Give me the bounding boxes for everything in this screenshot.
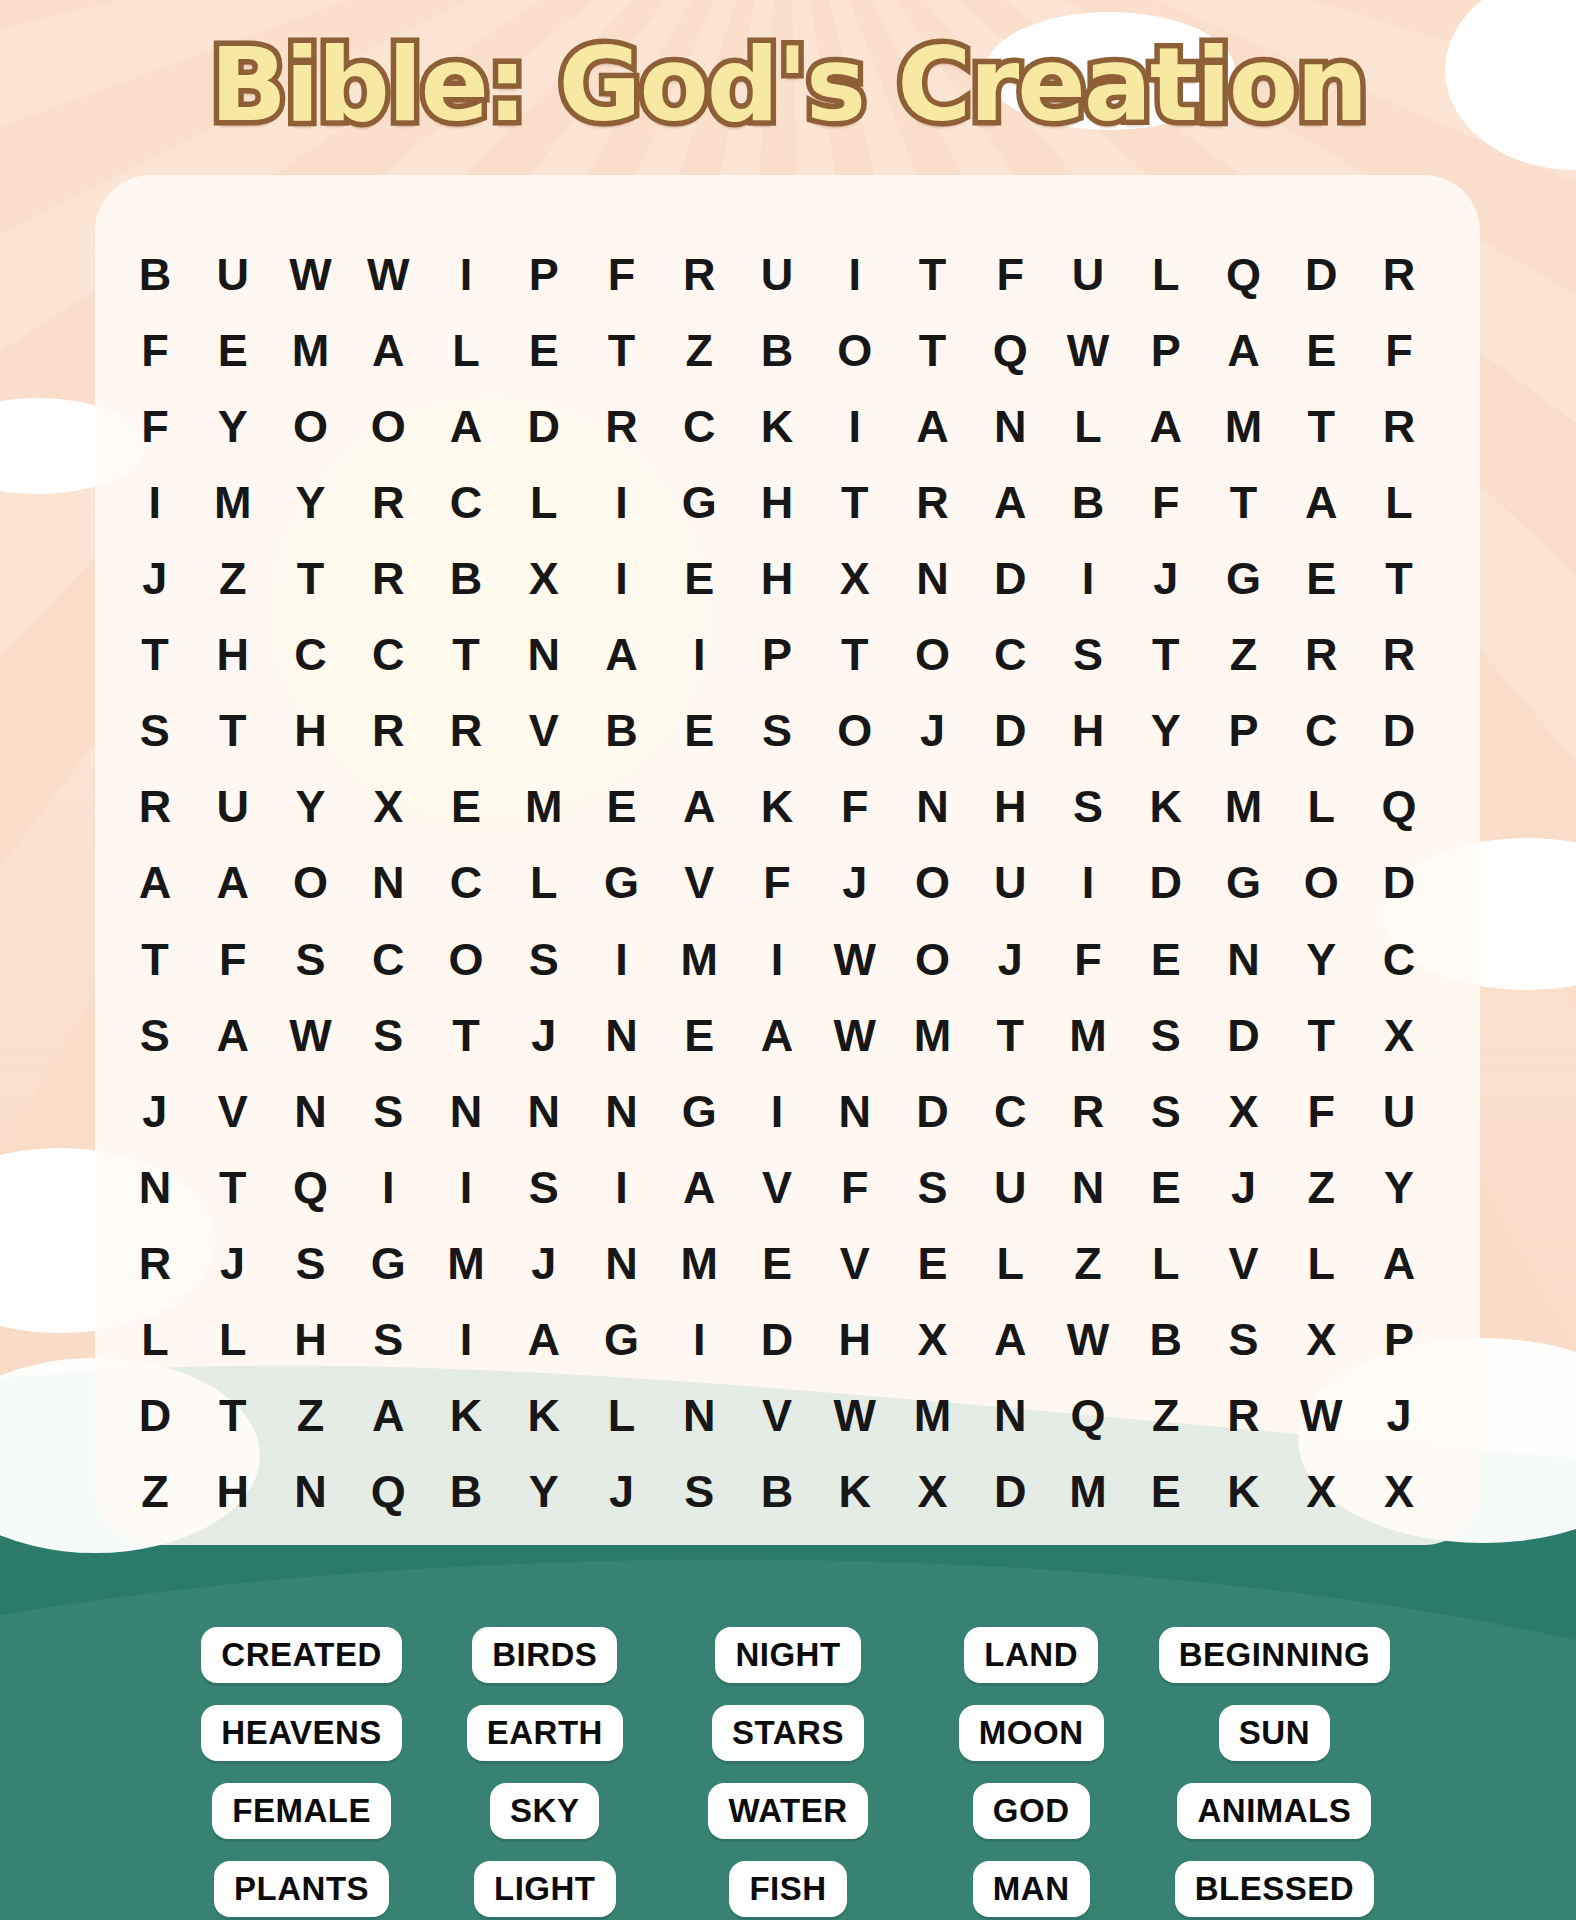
grid-cell-r13c12[interactable]: U bbox=[971, 1149, 1049, 1225]
grid-cell-r9c1[interactable]: A bbox=[116, 845, 194, 921]
grid-cell-r17c12[interactable]: D bbox=[971, 1454, 1049, 1530]
grid-cell-r3c8[interactable]: C bbox=[660, 388, 738, 464]
grid-cell-r9c6[interactable]: L bbox=[505, 845, 583, 921]
grid-cell-r6c8[interactable]: I bbox=[660, 617, 738, 693]
grid-cell-r8c11[interactable]: N bbox=[894, 769, 972, 845]
grid-cell-r12c7[interactable]: N bbox=[583, 1073, 661, 1149]
grid-cell-r6c10[interactable]: T bbox=[816, 617, 894, 693]
grid-cell-r10c10[interactable]: W bbox=[816, 921, 894, 997]
word-pill-sun[interactable]: SUN bbox=[1219, 1705, 1330, 1761]
word-pill-fish[interactable]: FISH bbox=[729, 1861, 846, 1917]
grid-cell-r7c8[interactable]: E bbox=[660, 693, 738, 769]
grid-cell-r8c16[interactable]: L bbox=[1282, 769, 1360, 845]
grid-cell-r7c14[interactable]: Y bbox=[1127, 693, 1205, 769]
grid-cell-r3c14[interactable]: A bbox=[1127, 388, 1205, 464]
grid-cell-r5c10[interactable]: X bbox=[816, 540, 894, 616]
grid-cell-r13c17[interactable]: Y bbox=[1360, 1149, 1438, 1225]
grid-cell-r10c7[interactable]: I bbox=[583, 921, 661, 997]
grid-cell-r17c1[interactable]: Z bbox=[116, 1454, 194, 1530]
grid-cell-r15c4[interactable]: S bbox=[349, 1302, 427, 1378]
grid-cell-r15c11[interactable]: X bbox=[894, 1302, 972, 1378]
grid-cell-r14c8[interactable]: M bbox=[660, 1226, 738, 1302]
grid-cell-r1c14[interactable]: L bbox=[1127, 236, 1205, 312]
grid-cell-r3c5[interactable]: A bbox=[427, 388, 505, 464]
grid-cell-r5c4[interactable]: R bbox=[349, 540, 427, 616]
grid-cell-r14c1[interactable]: R bbox=[116, 1226, 194, 1302]
grid-cell-r14c6[interactable]: J bbox=[505, 1226, 583, 1302]
grid-cell-r13c1[interactable]: N bbox=[116, 1149, 194, 1225]
grid-cell-r8c8[interactable]: A bbox=[660, 769, 738, 845]
grid-cell-r7c1[interactable]: S bbox=[116, 693, 194, 769]
grid-cell-r4c4[interactable]: R bbox=[349, 464, 427, 540]
grid-cell-r1c15[interactable]: Q bbox=[1205, 236, 1283, 312]
grid-cell-r8c14[interactable]: K bbox=[1127, 769, 1205, 845]
grid-cell-r4c9[interactable]: H bbox=[738, 464, 816, 540]
grid-cell-r8c13[interactable]: S bbox=[1049, 769, 1127, 845]
grid-cell-r9c4[interactable]: N bbox=[349, 845, 427, 921]
grid-cell-r7c9[interactable]: S bbox=[738, 693, 816, 769]
grid-cell-r13c8[interactable]: A bbox=[660, 1149, 738, 1225]
grid-cell-r11c4[interactable]: S bbox=[349, 997, 427, 1073]
grid-cell-r11c12[interactable]: T bbox=[971, 997, 1049, 1073]
grid-cell-r6c9[interactable]: P bbox=[738, 617, 816, 693]
grid-cell-r8c5[interactable]: E bbox=[427, 769, 505, 845]
grid-cell-r1c2[interactable]: U bbox=[194, 236, 272, 312]
grid-cell-r16c4[interactable]: A bbox=[349, 1378, 427, 1454]
grid-cell-r9c11[interactable]: O bbox=[894, 845, 972, 921]
grid-cell-r5c12[interactable]: D bbox=[971, 540, 1049, 616]
grid-cell-r11c13[interactable]: M bbox=[1049, 997, 1127, 1073]
grid-cell-r15c1[interactable]: L bbox=[116, 1302, 194, 1378]
grid-cell-r4c6[interactable]: L bbox=[505, 464, 583, 540]
grid-cell-r3c9[interactable]: K bbox=[738, 388, 816, 464]
grid-cell-r1c3[interactable]: W bbox=[272, 236, 350, 312]
grid-cell-r8c7[interactable]: E bbox=[583, 769, 661, 845]
word-pill-night[interactable]: NIGHT bbox=[715, 1627, 860, 1683]
grid-cell-r4c8[interactable]: G bbox=[660, 464, 738, 540]
grid-cell-r15c15[interactable]: S bbox=[1205, 1302, 1283, 1378]
grid-cell-r6c1[interactable]: T bbox=[116, 617, 194, 693]
grid-cell-r7c12[interactable]: D bbox=[971, 693, 1049, 769]
grid-cell-r5c13[interactable]: I bbox=[1049, 540, 1127, 616]
word-pill-blessed[interactable]: BLESSED bbox=[1175, 1861, 1374, 1917]
grid-cell-r8c9[interactable]: K bbox=[738, 769, 816, 845]
grid-cell-r12c14[interactable]: S bbox=[1127, 1073, 1205, 1149]
grid-cell-r4c11[interactable]: R bbox=[894, 464, 972, 540]
grid-cell-r9c7[interactable]: G bbox=[583, 845, 661, 921]
grid-cell-r15c12[interactable]: A bbox=[971, 1302, 1049, 1378]
grid-cell-r4c14[interactable]: F bbox=[1127, 464, 1205, 540]
grid-cell-r11c9[interactable]: A bbox=[738, 997, 816, 1073]
grid-cell-r5c9[interactable]: H bbox=[738, 540, 816, 616]
grid-cell-r12c10[interactable]: N bbox=[816, 1073, 894, 1149]
grid-cell-r1c9[interactable]: U bbox=[738, 236, 816, 312]
grid-cell-r11c16[interactable]: T bbox=[1282, 997, 1360, 1073]
grid-cell-r5c17[interactable]: T bbox=[1360, 540, 1438, 616]
grid-cell-r15c13[interactable]: W bbox=[1049, 1302, 1127, 1378]
grid-cell-r1c12[interactable]: F bbox=[971, 236, 1049, 312]
grid-cell-r1c10[interactable]: I bbox=[816, 236, 894, 312]
grid-cell-r16c16[interactable]: W bbox=[1282, 1378, 1360, 1454]
grid-cell-r4c10[interactable]: T bbox=[816, 464, 894, 540]
grid-cell-r14c2[interactable]: J bbox=[194, 1226, 272, 1302]
grid-cell-r14c13[interactable]: Z bbox=[1049, 1226, 1127, 1302]
grid-cell-r1c13[interactable]: U bbox=[1049, 236, 1127, 312]
grid-cell-r1c5[interactable]: I bbox=[427, 236, 505, 312]
grid-cell-r10c6[interactable]: S bbox=[505, 921, 583, 997]
grid-cell-r17c4[interactable]: Q bbox=[349, 1454, 427, 1530]
grid-cell-r13c7[interactable]: I bbox=[583, 1149, 661, 1225]
grid-cell-r7c17[interactable]: D bbox=[1360, 693, 1438, 769]
grid-cell-r11c14[interactable]: S bbox=[1127, 997, 1205, 1073]
grid-cell-r13c6[interactable]: S bbox=[505, 1149, 583, 1225]
grid-cell-r10c4[interactable]: C bbox=[349, 921, 427, 997]
grid-cell-r12c2[interactable]: V bbox=[194, 1073, 272, 1149]
grid-cell-r6c7[interactable]: A bbox=[583, 617, 661, 693]
grid-cell-r15c14[interactable]: B bbox=[1127, 1302, 1205, 1378]
grid-cell-r4c17[interactable]: L bbox=[1360, 464, 1438, 540]
grid-cell-r1c8[interactable]: R bbox=[660, 236, 738, 312]
grid-cell-r16c15[interactable]: R bbox=[1205, 1378, 1283, 1454]
grid-cell-r9c9[interactable]: F bbox=[738, 845, 816, 921]
grid-cell-r10c15[interactable]: N bbox=[1205, 921, 1283, 997]
grid-cell-r13c11[interactable]: S bbox=[894, 1149, 972, 1225]
grid-cell-r11c7[interactable]: N bbox=[583, 997, 661, 1073]
grid-cell-r8c12[interactable]: H bbox=[971, 769, 1049, 845]
grid-cell-r3c10[interactable]: I bbox=[816, 388, 894, 464]
grid-cell-r10c16[interactable]: Y bbox=[1282, 921, 1360, 997]
grid-cell-r11c3[interactable]: W bbox=[272, 997, 350, 1073]
grid-cell-r13c2[interactable]: T bbox=[194, 1149, 272, 1225]
grid-cell-r3c1[interactable]: F bbox=[116, 388, 194, 464]
grid-cell-r16c8[interactable]: N bbox=[660, 1378, 738, 1454]
grid-cell-r8c1[interactable]: R bbox=[116, 769, 194, 845]
grid-cell-r15c10[interactable]: H bbox=[816, 1302, 894, 1378]
grid-cell-r6c13[interactable]: S bbox=[1049, 617, 1127, 693]
grid-cell-r2c3[interactable]: M bbox=[272, 312, 350, 388]
grid-cell-r8c15[interactable]: M bbox=[1205, 769, 1283, 845]
grid-cell-r3c3[interactable]: O bbox=[272, 388, 350, 464]
grid-cell-r16c17[interactable]: J bbox=[1360, 1378, 1438, 1454]
grid-cell-r10c8[interactable]: M bbox=[660, 921, 738, 997]
grid-cell-r6c4[interactable]: C bbox=[349, 617, 427, 693]
grid-cell-r8c6[interactable]: M bbox=[505, 769, 583, 845]
grid-cell-r9c14[interactable]: D bbox=[1127, 845, 1205, 921]
grid-cell-r17c7[interactable]: J bbox=[583, 1454, 661, 1530]
grid-cell-r2c9[interactable]: B bbox=[738, 312, 816, 388]
grid-cell-r13c15[interactable]: J bbox=[1205, 1149, 1283, 1225]
grid-cell-r1c1[interactable]: B bbox=[116, 236, 194, 312]
grid-cell-r15c8[interactable]: I bbox=[660, 1302, 738, 1378]
grid-cell-r11c17[interactable]: X bbox=[1360, 997, 1438, 1073]
word-pill-moon[interactable]: MOON bbox=[959, 1705, 1104, 1761]
grid-cell-r3c4[interactable]: O bbox=[349, 388, 427, 464]
grid-cell-r17c6[interactable]: Y bbox=[505, 1454, 583, 1530]
word-pill-sky[interactable]: SKY bbox=[490, 1783, 599, 1839]
grid-cell-r12c15[interactable]: X bbox=[1205, 1073, 1283, 1149]
grid-cell-r7c10[interactable]: O bbox=[816, 693, 894, 769]
grid-cell-r16c6[interactable]: K bbox=[505, 1378, 583, 1454]
word-pill-plants[interactable]: PLANTS bbox=[214, 1861, 389, 1917]
grid-cell-r6c12[interactable]: C bbox=[971, 617, 1049, 693]
grid-cell-r2c8[interactable]: Z bbox=[660, 312, 738, 388]
grid-cell-r14c3[interactable]: S bbox=[272, 1226, 350, 1302]
grid-cell-r6c6[interactable]: N bbox=[505, 617, 583, 693]
grid-cell-r10c11[interactable]: O bbox=[894, 921, 972, 997]
grid-cell-r14c14[interactable]: L bbox=[1127, 1226, 1205, 1302]
grid-cell-r13c16[interactable]: Z bbox=[1282, 1149, 1360, 1225]
grid-cell-r12c17[interactable]: U bbox=[1360, 1073, 1438, 1149]
word-pill-beginning[interactable]: BEGINNING bbox=[1159, 1627, 1391, 1683]
grid-cell-r14c12[interactable]: L bbox=[971, 1226, 1049, 1302]
word-pill-water[interactable]: WATER bbox=[708, 1783, 867, 1839]
grid-cell-r16c5[interactable]: K bbox=[427, 1378, 505, 1454]
grid-cell-r14c10[interactable]: V bbox=[816, 1226, 894, 1302]
grid-cell-r14c11[interactable]: E bbox=[894, 1226, 972, 1302]
grid-cell-r6c2[interactable]: H bbox=[194, 617, 272, 693]
grid-cell-r11c10[interactable]: W bbox=[816, 997, 894, 1073]
grid-cell-r6c11[interactable]: O bbox=[894, 617, 972, 693]
grid-cell-r7c4[interactable]: R bbox=[349, 693, 427, 769]
grid-cell-r2c2[interactable]: E bbox=[194, 312, 272, 388]
grid-cell-r2c14[interactable]: P bbox=[1127, 312, 1205, 388]
word-pill-light[interactable]: LIGHT bbox=[474, 1861, 615, 1917]
grid-cell-r13c9[interactable]: V bbox=[738, 1149, 816, 1225]
grid-cell-r14c5[interactable]: M bbox=[427, 1226, 505, 1302]
grid-cell-r4c12[interactable]: A bbox=[971, 464, 1049, 540]
grid-cell-r7c2[interactable]: T bbox=[194, 693, 272, 769]
grid-cell-r11c5[interactable]: T bbox=[427, 997, 505, 1073]
grid-cell-r8c2[interactable]: U bbox=[194, 769, 272, 845]
grid-cell-r5c8[interactable]: E bbox=[660, 540, 738, 616]
grid-cell-r12c6[interactable]: N bbox=[505, 1073, 583, 1149]
grid-cell-r2c11[interactable]: T bbox=[894, 312, 972, 388]
grid-cell-r4c16[interactable]: A bbox=[1282, 464, 1360, 540]
grid-cell-r17c13[interactable]: M bbox=[1049, 1454, 1127, 1530]
grid-cell-r14c7[interactable]: N bbox=[583, 1226, 661, 1302]
word-pill-birds[interactable]: BIRDS bbox=[472, 1627, 617, 1683]
grid-cell-r9c17[interactable]: D bbox=[1360, 845, 1438, 921]
grid-cell-r12c13[interactable]: R bbox=[1049, 1073, 1127, 1149]
grid-cell-r2c13[interactable]: W bbox=[1049, 312, 1127, 388]
grid-cell-r2c16[interactable]: E bbox=[1282, 312, 1360, 388]
grid-cell-r3c15[interactable]: M bbox=[1205, 388, 1283, 464]
grid-cell-r11c1[interactable]: S bbox=[116, 997, 194, 1073]
grid-cell-r3c16[interactable]: T bbox=[1282, 388, 1360, 464]
grid-cell-r3c2[interactable]: Y bbox=[194, 388, 272, 464]
grid-cell-r14c4[interactable]: G bbox=[349, 1226, 427, 1302]
grid-cell-r5c5[interactable]: B bbox=[427, 540, 505, 616]
grid-cell-r10c5[interactable]: O bbox=[427, 921, 505, 997]
grid-cell-r9c12[interactable]: U bbox=[971, 845, 1049, 921]
grid-cell-r9c2[interactable]: A bbox=[194, 845, 272, 921]
grid-cell-r10c2[interactable]: F bbox=[194, 921, 272, 997]
grid-cell-r4c7[interactable]: I bbox=[583, 464, 661, 540]
grid-cell-r15c5[interactable]: I bbox=[427, 1302, 505, 1378]
word-pill-animals[interactable]: ANIMALS bbox=[1177, 1783, 1371, 1839]
grid-cell-r3c17[interactable]: R bbox=[1360, 388, 1438, 464]
grid-cell-r15c17[interactable]: P bbox=[1360, 1302, 1438, 1378]
grid-cell-r17c3[interactable]: N bbox=[272, 1454, 350, 1530]
grid-cell-r14c15[interactable]: V bbox=[1205, 1226, 1283, 1302]
grid-cell-r7c3[interactable]: H bbox=[272, 693, 350, 769]
grid-cell-r15c2[interactable]: L bbox=[194, 1302, 272, 1378]
grid-cell-r10c17[interactable]: C bbox=[1360, 921, 1438, 997]
grid-cell-r16c10[interactable]: W bbox=[816, 1378, 894, 1454]
grid-cell-r12c1[interactable]: J bbox=[116, 1073, 194, 1149]
word-pill-god[interactable]: GOD bbox=[973, 1783, 1090, 1839]
grid-cell-r15c9[interactable]: D bbox=[738, 1302, 816, 1378]
grid-cell-r7c15[interactable]: P bbox=[1205, 693, 1283, 769]
grid-cell-r15c7[interactable]: G bbox=[583, 1302, 661, 1378]
grid-cell-r1c4[interactable]: W bbox=[349, 236, 427, 312]
grid-cell-r1c11[interactable]: T bbox=[894, 236, 972, 312]
grid-cell-r10c12[interactable]: J bbox=[971, 921, 1049, 997]
grid-cell-r5c7[interactable]: I bbox=[583, 540, 661, 616]
grid-cell-r6c3[interactable]: C bbox=[272, 617, 350, 693]
grid-cell-r5c15[interactable]: G bbox=[1205, 540, 1283, 616]
grid-cell-r10c9[interactable]: I bbox=[738, 921, 816, 997]
grid-cell-r13c3[interactable]: Q bbox=[272, 1149, 350, 1225]
grid-cell-r15c3[interactable]: H bbox=[272, 1302, 350, 1378]
grid-cell-r5c1[interactable]: J bbox=[116, 540, 194, 616]
word-pill-stars[interactable]: STARS bbox=[712, 1705, 864, 1761]
grid-cell-r3c6[interactable]: D bbox=[505, 388, 583, 464]
word-pill-man[interactable]: MAN bbox=[973, 1861, 1090, 1917]
grid-cell-r11c2[interactable]: A bbox=[194, 997, 272, 1073]
grid-cell-r13c5[interactable]: I bbox=[427, 1149, 505, 1225]
grid-cell-r6c17[interactable]: R bbox=[1360, 617, 1438, 693]
grid-cell-r12c16[interactable]: F bbox=[1282, 1073, 1360, 1149]
grid-cell-r17c9[interactable]: B bbox=[738, 1454, 816, 1530]
word-pill-heavens[interactable]: HEAVENS bbox=[201, 1705, 402, 1761]
grid-cell-r13c10[interactable]: F bbox=[816, 1149, 894, 1225]
grid-cell-r14c9[interactable]: E bbox=[738, 1226, 816, 1302]
grid-cell-r13c13[interactable]: N bbox=[1049, 1149, 1127, 1225]
grid-cell-r10c3[interactable]: S bbox=[272, 921, 350, 997]
grid-cell-r5c2[interactable]: Z bbox=[194, 540, 272, 616]
grid-cell-r16c13[interactable]: Q bbox=[1049, 1378, 1127, 1454]
grid-cell-r5c14[interactable]: J bbox=[1127, 540, 1205, 616]
grid-cell-r10c1[interactable]: T bbox=[116, 921, 194, 997]
grid-cell-r17c11[interactable]: X bbox=[894, 1454, 972, 1530]
grid-cell-r17c14[interactable]: E bbox=[1127, 1454, 1205, 1530]
grid-cell-r7c11[interactable]: J bbox=[894, 693, 972, 769]
grid-cell-r2c7[interactable]: T bbox=[583, 312, 661, 388]
grid-cell-r6c5[interactable]: T bbox=[427, 617, 505, 693]
grid-cell-r13c14[interactable]: E bbox=[1127, 1149, 1205, 1225]
grid-cell-r6c15[interactable]: Z bbox=[1205, 617, 1283, 693]
grid-cell-r11c11[interactable]: M bbox=[894, 997, 972, 1073]
grid-cell-r3c13[interactable]: L bbox=[1049, 388, 1127, 464]
grid-cell-r4c15[interactable]: T bbox=[1205, 464, 1283, 540]
grid-cell-r1c6[interactable]: P bbox=[505, 236, 583, 312]
grid-cell-r12c9[interactable]: I bbox=[738, 1073, 816, 1149]
grid-cell-r7c13[interactable]: H bbox=[1049, 693, 1127, 769]
grid-cell-r8c4[interactable]: X bbox=[349, 769, 427, 845]
grid-cell-r2c6[interactable]: E bbox=[505, 312, 583, 388]
grid-cell-r9c15[interactable]: G bbox=[1205, 845, 1283, 921]
grid-cell-r17c16[interactable]: X bbox=[1282, 1454, 1360, 1530]
grid-cell-r16c9[interactable]: V bbox=[738, 1378, 816, 1454]
grid-cell-r15c6[interactable]: A bbox=[505, 1302, 583, 1378]
grid-cell-r9c3[interactable]: O bbox=[272, 845, 350, 921]
grid-cell-r4c2[interactable]: M bbox=[194, 464, 272, 540]
grid-cell-r2c15[interactable]: A bbox=[1205, 312, 1283, 388]
grid-cell-r5c11[interactable]: N bbox=[894, 540, 972, 616]
grid-cell-r9c10[interactable]: J bbox=[816, 845, 894, 921]
grid-cell-r16c11[interactable]: M bbox=[894, 1378, 972, 1454]
grid-cell-r16c2[interactable]: T bbox=[194, 1378, 272, 1454]
word-pill-created[interactable]: CREATED bbox=[201, 1627, 402, 1683]
grid-cell-r5c16[interactable]: E bbox=[1282, 540, 1360, 616]
grid-cell-r8c10[interactable]: F bbox=[816, 769, 894, 845]
grid-cell-r1c16[interactable]: D bbox=[1282, 236, 1360, 312]
grid-cell-r7c7[interactable]: B bbox=[583, 693, 661, 769]
grid-cell-r9c8[interactable]: V bbox=[660, 845, 738, 921]
grid-cell-r4c5[interactable]: C bbox=[427, 464, 505, 540]
grid-cell-r5c6[interactable]: X bbox=[505, 540, 583, 616]
grid-cell-r15c16[interactable]: X bbox=[1282, 1302, 1360, 1378]
grid-cell-r2c1[interactable]: F bbox=[116, 312, 194, 388]
grid-cell-r4c3[interactable]: Y bbox=[272, 464, 350, 540]
grid-cell-r17c15[interactable]: K bbox=[1205, 1454, 1283, 1530]
word-pill-earth[interactable]: EARTH bbox=[467, 1705, 623, 1761]
grid-cell-r12c8[interactable]: G bbox=[660, 1073, 738, 1149]
grid-cell-r16c7[interactable]: L bbox=[583, 1378, 661, 1454]
grid-cell-r11c15[interactable]: D bbox=[1205, 997, 1283, 1073]
grid-cell-r14c17[interactable]: A bbox=[1360, 1226, 1438, 1302]
grid-cell-r16c14[interactable]: Z bbox=[1127, 1378, 1205, 1454]
grid-cell-r11c8[interactable]: E bbox=[660, 997, 738, 1073]
grid-cell-r8c17[interactable]: Q bbox=[1360, 769, 1438, 845]
grid-cell-r12c12[interactable]: C bbox=[971, 1073, 1049, 1149]
grid-cell-r12c5[interactable]: N bbox=[427, 1073, 505, 1149]
grid-cell-r7c6[interactable]: V bbox=[505, 693, 583, 769]
grid-cell-r17c5[interactable]: B bbox=[427, 1454, 505, 1530]
word-pill-land[interactable]: LAND bbox=[964, 1627, 1098, 1683]
word-pill-female[interactable]: FEMALE bbox=[212, 1783, 391, 1839]
grid-cell-r11c6[interactable]: J bbox=[505, 997, 583, 1073]
grid-cell-r9c16[interactable]: O bbox=[1282, 845, 1360, 921]
grid-cell-r4c13[interactable]: B bbox=[1049, 464, 1127, 540]
grid-cell-r16c3[interactable]: Z bbox=[272, 1378, 350, 1454]
grid-cell-r7c5[interactable]: R bbox=[427, 693, 505, 769]
grid-cell-r3c11[interactable]: A bbox=[894, 388, 972, 464]
grid-cell-r16c12[interactable]: N bbox=[971, 1378, 1049, 1454]
grid-cell-r10c13[interactable]: F bbox=[1049, 921, 1127, 997]
grid-cell-r2c10[interactable]: O bbox=[816, 312, 894, 388]
grid-cell-r8c3[interactable]: Y bbox=[272, 769, 350, 845]
grid-cell-r10c14[interactable]: E bbox=[1127, 921, 1205, 997]
grid-cell-r9c5[interactable]: C bbox=[427, 845, 505, 921]
grid-cell-r5c3[interactable]: T bbox=[272, 540, 350, 616]
grid-cell-r3c7[interactable]: R bbox=[583, 388, 661, 464]
grid-cell-r1c7[interactable]: F bbox=[583, 236, 661, 312]
grid-cell-r1c17[interactable]: R bbox=[1360, 236, 1438, 312]
grid-cell-r14c16[interactable]: L bbox=[1282, 1226, 1360, 1302]
grid-cell-r9c13[interactable]: I bbox=[1049, 845, 1127, 921]
grid-cell-r6c14[interactable]: T bbox=[1127, 617, 1205, 693]
grid-cell-r12c11[interactable]: D bbox=[894, 1073, 972, 1149]
grid-cell-r17c8[interactable]: S bbox=[660, 1454, 738, 1530]
grid-cell-r16c1[interactable]: D bbox=[116, 1378, 194, 1454]
grid-cell-r2c4[interactable]: A bbox=[349, 312, 427, 388]
grid-cell-r6c16[interactable]: R bbox=[1282, 617, 1360, 693]
grid-cell-r2c5[interactable]: L bbox=[427, 312, 505, 388]
grid-cell-r17c10[interactable]: K bbox=[816, 1454, 894, 1530]
grid-cell-r17c2[interactable]: H bbox=[194, 1454, 272, 1530]
